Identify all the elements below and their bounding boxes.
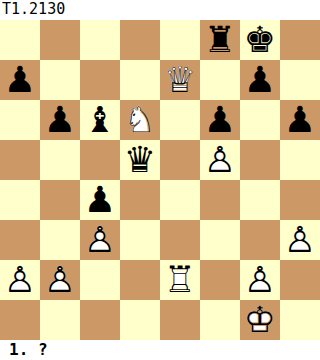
square-f5[interactable]: ♟♙ [200,140,240,180]
square-f1[interactable] [200,300,240,340]
black-king: ♚ [240,20,280,60]
puzzle-id: T1.2130 [0,0,320,20]
black-pawn: ♟ [0,60,40,100]
square-c5[interactable] [80,140,120,180]
square-b8[interactable] [40,20,80,60]
square-e1[interactable] [160,300,200,340]
square-a5[interactable] [0,140,40,180]
square-d2[interactable] [120,260,160,300]
square-b7[interactable] [40,60,80,100]
square-g3[interactable] [240,220,280,260]
square-f3[interactable] [200,220,240,260]
white-pawn: ♙ [0,260,40,300]
white-pawn: ♙ [200,140,240,180]
square-d1[interactable] [120,300,160,340]
white-pawn: ♙ [280,220,320,260]
move-prompt: 1. ? [0,340,320,360]
white-queen: ♕ [160,60,200,100]
square-d7[interactable] [120,60,160,100]
square-g4[interactable] [240,180,280,220]
square-a2[interactable]: ♟♙ [0,260,40,300]
black-rook: ♜ [200,20,240,60]
square-h7[interactable] [280,60,320,100]
square-c1[interactable] [80,300,120,340]
square-b5[interactable] [40,140,80,180]
square-a8[interactable] [0,20,40,60]
square-d6[interactable]: ♞♘ [120,100,160,140]
square-e2[interactable]: ♜♖ [160,260,200,300]
square-g2[interactable]: ♟♙ [240,260,280,300]
square-d4[interactable] [120,180,160,220]
square-a1[interactable] [0,300,40,340]
white-king: ♔ [240,300,280,340]
white-knight: ♘ [120,100,160,140]
square-e4[interactable] [160,180,200,220]
white-rook: ♖ [160,260,200,300]
square-h3[interactable]: ♟♙ [280,220,320,260]
square-c8[interactable] [80,20,120,60]
white-pawn: ♙ [240,260,280,300]
square-h2[interactable] [280,260,320,300]
black-pawn: ♟ [240,60,280,100]
square-g5[interactable] [240,140,280,180]
square-f4[interactable] [200,180,240,220]
square-c3[interactable]: ♟♙ [80,220,120,260]
square-b1[interactable] [40,300,80,340]
white-pawn: ♙ [80,220,120,260]
square-a6[interactable] [0,100,40,140]
square-c6[interactable]: ♝ [80,100,120,140]
square-e7[interactable]: ♛♕ [160,60,200,100]
square-f8[interactable]: ♜ [200,20,240,60]
square-e6[interactable] [160,100,200,140]
square-d3[interactable] [120,220,160,260]
square-g8[interactable]: ♚ [240,20,280,60]
square-f7[interactable] [200,60,240,100]
square-a7[interactable]: ♟ [0,60,40,100]
black-queen: ♛ [120,140,160,180]
black-pawn: ♟ [280,100,320,140]
square-b3[interactable] [40,220,80,260]
square-h4[interactable] [280,180,320,220]
square-f6[interactable]: ♟ [200,100,240,140]
square-e8[interactable] [160,20,200,60]
white-pawn: ♙ [40,260,80,300]
square-a3[interactable] [0,220,40,260]
square-h6[interactable]: ♟ [280,100,320,140]
square-d5[interactable]: ♛ [120,140,160,180]
square-c2[interactable] [80,260,120,300]
chess-board: ♜♚♟♛♕♟♟♝♞♘♟♟♛♟♙♟♟♙♟♙♟♙♟♙♜♖♟♙♚♔ [0,20,320,340]
square-d8[interactable] [120,20,160,60]
square-c4[interactable]: ♟ [80,180,120,220]
square-f2[interactable] [200,260,240,300]
black-pawn: ♟ [40,100,80,140]
square-e3[interactable] [160,220,200,260]
square-c7[interactable] [80,60,120,100]
square-g6[interactable] [240,100,280,140]
square-h8[interactable] [280,20,320,60]
black-bishop: ♝ [80,100,120,140]
square-h5[interactable] [280,140,320,180]
square-b6[interactable]: ♟ [40,100,80,140]
square-e5[interactable] [160,140,200,180]
square-b4[interactable] [40,180,80,220]
square-g1[interactable]: ♚♔ [240,300,280,340]
square-b2[interactable]: ♟♙ [40,260,80,300]
square-a4[interactable] [0,180,40,220]
black-pawn: ♟ [80,180,120,220]
square-g7[interactable]: ♟ [240,60,280,100]
black-pawn: ♟ [200,100,240,140]
square-h1[interactable] [280,300,320,340]
